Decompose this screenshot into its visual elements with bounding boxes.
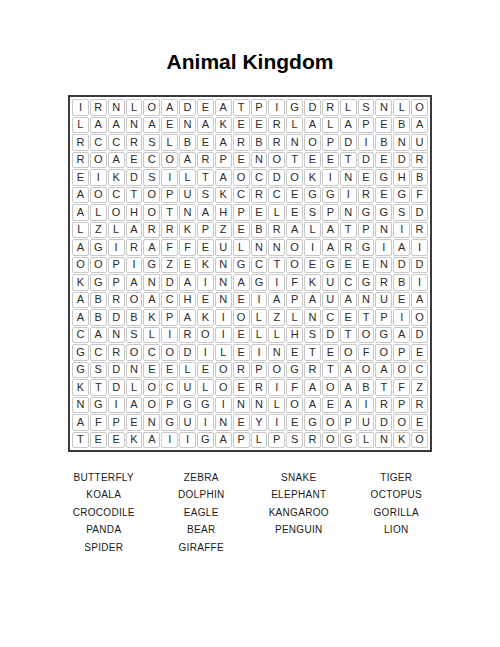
grid-cell[interactable]: E: [72, 169, 89, 186]
grid-cell[interactable]: O: [286, 397, 303, 414]
grid-cell[interactable]: D: [108, 309, 125, 326]
grid-cell[interactable]: I: [215, 327, 232, 344]
grid-cell[interactable]: N: [286, 134, 303, 151]
grid-cell[interactable]: E: [233, 414, 250, 431]
grid-cell[interactable]: T: [322, 362, 339, 379]
grid-cell[interactable]: O: [304, 134, 321, 151]
grid-cell[interactable]: A: [340, 292, 357, 309]
grid-cell[interactable]: A: [108, 117, 125, 134]
grid-cell[interactable]: A: [215, 169, 232, 186]
grid-cell[interactable]: L: [126, 99, 143, 116]
grid-cell[interactable]: F: [286, 379, 303, 396]
grid-cell[interactable]: K: [215, 187, 232, 204]
grid-cell[interactable]: K: [72, 274, 89, 291]
grid-cell[interactable]: A: [126, 222, 143, 239]
grid-cell[interactable]: N: [358, 292, 375, 309]
grid-cell[interactable]: N: [375, 432, 392, 449]
grid-cell[interactable]: C: [251, 257, 268, 274]
grid-cell[interactable]: G: [358, 274, 375, 291]
grid-cell[interactable]: U: [215, 239, 232, 256]
grid-cell[interactable]: R: [375, 274, 392, 291]
grid-cell[interactable]: R: [233, 134, 250, 151]
grid-cell[interactable]: N: [126, 117, 143, 134]
grid-cell[interactable]: H: [286, 327, 303, 344]
grid-cell[interactable]: L: [215, 344, 232, 361]
grid-cell[interactable]: E: [286, 187, 303, 204]
grid-cell[interactable]: L: [340, 99, 357, 116]
grid-cell[interactable]: R: [411, 152, 428, 169]
grid-cell[interactable]: E: [197, 99, 214, 116]
grid-cell[interactable]: R: [251, 187, 268, 204]
grid-cell[interactable]: P: [375, 309, 392, 326]
grid-cell[interactable]: E: [251, 117, 268, 134]
grid-cell[interactable]: I: [197, 274, 214, 291]
grid-cell[interactable]: F: [358, 344, 375, 361]
grid-cell[interactable]: C: [340, 274, 357, 291]
grid-cell[interactable]: O: [268, 362, 285, 379]
grid-cell[interactable]: R: [233, 362, 250, 379]
grid-cell[interactable]: N: [72, 397, 89, 414]
grid-cell[interactable]: R: [108, 292, 125, 309]
grid-cell[interactable]: F: [179, 239, 196, 256]
grid-cell[interactable]: Z: [268, 309, 285, 326]
grid-cell[interactable]: O: [161, 152, 178, 169]
grid-cell[interactable]: A: [393, 327, 410, 344]
grid-cell[interactable]: C: [161, 292, 178, 309]
grid-cell[interactable]: O: [143, 397, 160, 414]
grid-cell[interactable]: D: [411, 327, 428, 344]
grid-cell[interactable]: N: [215, 292, 232, 309]
grid-cell[interactable]: R: [268, 117, 285, 134]
grid-cell[interactable]: E: [358, 257, 375, 274]
grid-cell[interactable]: O: [90, 152, 107, 169]
grid-cell[interactable]: S: [286, 432, 303, 449]
grid-cell[interactable]: I: [72, 99, 89, 116]
grid-cell[interactable]: A: [72, 309, 89, 326]
grid-cell[interactable]: D: [411, 204, 428, 221]
grid-cell[interactable]: F: [90, 414, 107, 431]
grid-cell[interactable]: G: [90, 239, 107, 256]
grid-cell[interactable]: T: [340, 327, 357, 344]
grid-cell[interactable]: A: [126, 274, 143, 291]
grid-cell[interactable]: U: [179, 414, 196, 431]
grid-cell[interactable]: K: [108, 169, 125, 186]
grid-cell[interactable]: B: [251, 222, 268, 239]
grid-cell[interactable]: U: [322, 292, 339, 309]
grid-cell[interactable]: P: [233, 204, 250, 221]
grid-cell[interactable]: A: [375, 362, 392, 379]
grid-cell[interactable]: N: [215, 274, 232, 291]
grid-cell[interactable]: H: [215, 204, 232, 221]
grid-cell[interactable]: G: [375, 204, 392, 221]
grid-cell[interactable]: I: [161, 327, 178, 344]
grid-cell[interactable]: I: [108, 397, 125, 414]
grid-cell[interactable]: L: [179, 169, 196, 186]
grid-cell[interactable]: C: [411, 362, 428, 379]
grid-cell[interactable]: P: [161, 397, 178, 414]
grid-cell[interactable]: D: [161, 274, 178, 291]
grid-cell[interactable]: H: [179, 292, 196, 309]
grid-cell[interactable]: E: [233, 222, 250, 239]
grid-cell[interactable]: E: [197, 134, 214, 151]
grid-cell[interactable]: A: [340, 362, 357, 379]
grid-cell[interactable]: O: [286, 239, 303, 256]
grid-cell[interactable]: G: [161, 414, 178, 431]
grid-cell[interactable]: D: [340, 134, 357, 151]
grid-cell[interactable]: G: [322, 187, 339, 204]
grid-cell[interactable]: O: [358, 362, 375, 379]
grid-cell[interactable]: I: [215, 397, 232, 414]
grid-cell[interactable]: A: [304, 379, 321, 396]
grid-cell[interactable]: C: [72, 327, 89, 344]
grid-cell[interactable]: S: [143, 169, 160, 186]
grid-cell[interactable]: D: [411, 257, 428, 274]
grid-cell[interactable]: E: [90, 432, 107, 449]
grid-cell[interactable]: P: [393, 344, 410, 361]
grid-cell[interactable]: E: [286, 204, 303, 221]
grid-cell[interactable]: O: [143, 379, 160, 396]
grid-cell[interactable]: A: [322, 222, 339, 239]
grid-cell[interactable]: E: [304, 257, 321, 274]
grid-cell[interactable]: P: [108, 257, 125, 274]
grid-cell[interactable]: L: [268, 397, 285, 414]
grid-cell[interactable]: A: [215, 432, 232, 449]
grid-cell[interactable]: P: [358, 222, 375, 239]
grid-cell[interactable]: Z: [161, 257, 178, 274]
grid-cell[interactable]: G: [358, 239, 375, 256]
grid-cell[interactable]: I: [108, 239, 125, 256]
grid-cell[interactable]: D: [179, 344, 196, 361]
grid-cell[interactable]: R: [126, 134, 143, 151]
grid-cell[interactable]: O: [411, 432, 428, 449]
grid-cell[interactable]: O: [233, 169, 250, 186]
grid-cell[interactable]: O: [393, 362, 410, 379]
grid-cell[interactable]: T: [90, 379, 107, 396]
grid-cell[interactable]: S: [197, 187, 214, 204]
grid-cell[interactable]: G: [322, 257, 339, 274]
grid-cell[interactable]: A: [143, 432, 160, 449]
grid-cell[interactable]: T: [72, 432, 89, 449]
grid-cell[interactable]: L: [251, 432, 268, 449]
grid-cell[interactable]: T: [340, 152, 357, 169]
grid-cell[interactable]: B: [358, 379, 375, 396]
grid-cell[interactable]: A: [72, 187, 89, 204]
grid-cell[interactable]: Z: [215, 222, 232, 239]
grid-cell[interactable]: L: [108, 222, 125, 239]
grid-cell[interactable]: A: [72, 239, 89, 256]
grid-cell[interactable]: E: [197, 239, 214, 256]
grid-cell[interactable]: O: [90, 257, 107, 274]
grid-cell[interactable]: I: [358, 397, 375, 414]
grid-cell[interactable]: G: [197, 397, 214, 414]
grid-cell[interactable]: K: [393, 432, 410, 449]
grid-cell[interactable]: I: [268, 99, 285, 116]
grid-cell[interactable]: I: [411, 239, 428, 256]
grid-cell[interactable]: O: [215, 379, 232, 396]
grid-cell[interactable]: E: [233, 344, 250, 361]
grid-cell[interactable]: I: [197, 344, 214, 361]
grid-cell[interactable]: E: [375, 117, 392, 134]
grid-cell[interactable]: A: [108, 152, 125, 169]
grid-cell[interactable]: O: [375, 344, 392, 361]
grid-cell[interactable]: A: [143, 117, 160, 134]
grid-cell[interactable]: N: [108, 327, 125, 344]
grid-cell[interactable]: A: [304, 397, 321, 414]
grid-cell[interactable]: E: [322, 152, 339, 169]
grid-cell[interactable]: I: [268, 414, 285, 431]
grid-cell[interactable]: I: [251, 292, 268, 309]
grid-cell[interactable]: R: [161, 222, 178, 239]
grid-cell[interactable]: N: [108, 99, 125, 116]
grid-cell[interactable]: E: [322, 397, 339, 414]
grid-cell[interactable]: E: [233, 327, 250, 344]
grid-cell[interactable]: E: [179, 257, 196, 274]
grid-cell[interactable]: T: [358, 309, 375, 326]
grid-cell[interactable]: T: [161, 204, 178, 221]
grid-cell[interactable]: O: [215, 362, 232, 379]
grid-cell[interactable]: R: [72, 152, 89, 169]
grid-cell[interactable]: T: [268, 257, 285, 274]
grid-cell[interactable]: K: [215, 117, 232, 134]
grid-cell[interactable]: A: [215, 99, 232, 116]
grid-cell[interactable]: G: [72, 344, 89, 361]
grid-cell[interactable]: L: [161, 134, 178, 151]
grid-cell[interactable]: L: [143, 327, 160, 344]
grid-cell[interactable]: E: [304, 152, 321, 169]
grid-cell[interactable]: P: [251, 362, 268, 379]
grid-cell[interactable]: E: [233, 152, 250, 169]
grid-cell[interactable]: K: [304, 169, 321, 186]
grid-cell[interactable]: G: [197, 432, 214, 449]
grid-cell[interactable]: A: [268, 292, 285, 309]
grid-cell[interactable]: L: [286, 117, 303, 134]
grid-cell[interactable]: B: [126, 309, 143, 326]
grid-cell[interactable]: K: [143, 309, 160, 326]
grid-cell[interactable]: C: [322, 309, 339, 326]
grid-cell[interactable]: L: [358, 432, 375, 449]
grid-cell[interactable]: P: [197, 222, 214, 239]
grid-cell[interactable]: O: [322, 432, 339, 449]
grid-cell[interactable]: A: [72, 292, 89, 309]
grid-cell[interactable]: N: [251, 397, 268, 414]
grid-cell[interactable]: P: [358, 117, 375, 134]
grid-cell[interactable]: I: [393, 222, 410, 239]
grid-cell[interactable]: L: [251, 327, 268, 344]
grid-cell[interactable]: O: [108, 204, 125, 221]
grid-cell[interactable]: I: [161, 169, 178, 186]
grid-cell[interactable]: I: [251, 344, 268, 361]
grid-cell[interactable]: N: [251, 152, 268, 169]
grid-cell[interactable]: A: [179, 309, 196, 326]
grid-cell[interactable]: R: [197, 152, 214, 169]
grid-cell[interactable]: P: [268, 432, 285, 449]
grid-cell[interactable]: O: [143, 187, 160, 204]
grid-cell[interactable]: N: [215, 257, 232, 274]
grid-cell[interactable]: N: [393, 134, 410, 151]
grid-cell[interactable]: A: [286, 222, 303, 239]
grid-cell[interactable]: R: [375, 397, 392, 414]
grid-cell[interactable]: B: [393, 274, 410, 291]
grid-cell[interactable]: H: [393, 169, 410, 186]
grid-cell[interactable]: K: [72, 379, 89, 396]
grid-cell[interactable]: O: [126, 344, 143, 361]
grid-cell[interactable]: N: [340, 169, 357, 186]
grid-cell[interactable]: R: [322, 99, 339, 116]
grid-cell[interactable]: E: [161, 117, 178, 134]
grid-cell[interactable]: D: [268, 169, 285, 186]
grid-cell[interactable]: I: [215, 309, 232, 326]
grid-cell[interactable]: A: [322, 239, 339, 256]
grid-cell[interactable]: C: [143, 344, 160, 361]
grid-cell[interactable]: D: [304, 99, 321, 116]
grid-cell[interactable]: D: [393, 257, 410, 274]
grid-cell[interactable]: N: [233, 397, 250, 414]
grid-cell[interactable]: L: [286, 309, 303, 326]
grid-cell[interactable]: C: [233, 187, 250, 204]
grid-cell[interactable]: A: [197, 117, 214, 134]
grid-cell[interactable]: N: [143, 274, 160, 291]
grid-cell[interactable]: O: [393, 414, 410, 431]
grid-cell[interactable]: A: [90, 327, 107, 344]
grid-cell[interactable]: T: [304, 344, 321, 361]
grid-cell[interactable]: R: [90, 99, 107, 116]
grid-cell[interactable]: S: [126, 327, 143, 344]
grid-cell[interactable]: I: [358, 134, 375, 151]
grid-cell[interactable]: I: [126, 257, 143, 274]
grid-cell[interactable]: L: [393, 99, 410, 116]
grid-cell[interactable]: I: [179, 432, 196, 449]
grid-cell[interactable]: B: [411, 169, 428, 186]
grid-cell[interactable]: S: [304, 204, 321, 221]
grid-cell[interactable]: A: [72, 204, 89, 221]
grid-cell[interactable]: I: [393, 309, 410, 326]
grid-cell[interactable]: O: [90, 187, 107, 204]
grid-cell[interactable]: C: [108, 134, 125, 151]
grid-cell[interactable]: R: [268, 134, 285, 151]
grid-cell[interactable]: F: [411, 187, 428, 204]
grid-cell[interactable]: R: [143, 222, 160, 239]
grid-cell[interactable]: A: [393, 239, 410, 256]
grid-cell[interactable]: A: [90, 117, 107, 134]
grid-cell[interactable]: N: [268, 344, 285, 361]
grid-cell[interactable]: P: [251, 99, 268, 116]
grid-cell[interactable]: L: [179, 362, 196, 379]
grid-cell[interactable]: E: [286, 414, 303, 431]
grid-cell[interactable]: G: [286, 362, 303, 379]
grid-cell[interactable]: L: [90, 204, 107, 221]
grid-cell[interactable]: N: [375, 257, 392, 274]
grid-cell[interactable]: U: [358, 414, 375, 431]
grid-cell[interactable]: N: [268, 239, 285, 256]
grid-cell[interactable]: D: [108, 379, 125, 396]
grid-cell[interactable]: N: [215, 414, 232, 431]
grid-cell[interactable]: C: [161, 379, 178, 396]
grid-cell[interactable]: K: [179, 222, 196, 239]
grid-cell[interactable]: I: [304, 239, 321, 256]
grid-cell[interactable]: L: [322, 117, 339, 134]
grid-cell[interactable]: U: [179, 379, 196, 396]
grid-cell[interactable]: I: [340, 187, 357, 204]
grid-cell[interactable]: E: [286, 344, 303, 361]
grid-cell[interactable]: B: [393, 117, 410, 134]
grid-cell[interactable]: L: [233, 239, 250, 256]
grid-cell[interactable]: B: [179, 134, 196, 151]
grid-cell[interactable]: A: [304, 292, 321, 309]
grid-cell[interactable]: R: [304, 432, 321, 449]
grid-cell[interactable]: N: [375, 99, 392, 116]
grid-cell[interactable]: C: [143, 152, 160, 169]
grid-cell[interactable]: O: [233, 309, 250, 326]
grid-cell[interactable]: A: [179, 274, 196, 291]
grid-cell[interactable]: O: [126, 292, 143, 309]
grid-cell[interactable]: D: [375, 414, 392, 431]
grid-cell[interactable]: G: [179, 397, 196, 414]
grid-cell[interactable]: C: [251, 169, 268, 186]
grid-cell[interactable]: E: [340, 257, 357, 274]
grid-cell[interactable]: B: [90, 309, 107, 326]
grid-cell[interactable]: G: [286, 99, 303, 116]
grid-cell[interactable]: G: [358, 204, 375, 221]
grid-cell[interactable]: T: [340, 222, 357, 239]
grid-cell[interactable]: L: [304, 222, 321, 239]
grid-cell[interactable]: T: [286, 152, 303, 169]
grid-cell[interactable]: G: [72, 362, 89, 379]
grid-cell[interactable]: G: [143, 257, 160, 274]
grid-cell[interactable]: N: [251, 239, 268, 256]
grid-cell[interactable]: O: [143, 204, 160, 221]
grid-cell[interactable]: O: [358, 327, 375, 344]
grid-cell[interactable]: R: [358, 187, 375, 204]
grid-cell[interactable]: O: [340, 344, 357, 361]
grid-cell[interactable]: O: [72, 257, 89, 274]
grid-cell[interactable]: A: [143, 292, 160, 309]
grid-cell[interactable]: P: [286, 292, 303, 309]
grid-cell[interactable]: S: [358, 99, 375, 116]
grid-cell[interactable]: C: [108, 187, 125, 204]
grid-cell[interactable]: N: [340, 204, 357, 221]
grid-cell[interactable]: R: [304, 362, 321, 379]
grid-cell[interactable]: L: [268, 204, 285, 221]
grid-cell[interactable]: U: [375, 292, 392, 309]
grid-cell[interactable]: I: [197, 414, 214, 431]
grid-cell[interactable]: G: [233, 257, 250, 274]
grid-cell[interactable]: P: [340, 414, 357, 431]
grid-cell[interactable]: N: [179, 117, 196, 134]
grid-cell[interactable]: E: [375, 152, 392, 169]
grid-cell[interactable]: G: [251, 274, 268, 291]
grid-cell[interactable]: N: [375, 222, 392, 239]
grid-cell[interactable]: R: [126, 239, 143, 256]
grid-cell[interactable]: E: [143, 362, 160, 379]
grid-cell[interactable]: L: [268, 327, 285, 344]
grid-cell[interactable]: G: [375, 327, 392, 344]
grid-cell[interactable]: L: [251, 309, 268, 326]
grid-cell[interactable]: L: [72, 222, 89, 239]
grid-cell[interactable]: K: [197, 257, 214, 274]
grid-cell[interactable]: T: [197, 169, 214, 186]
grid-cell[interactable]: G: [90, 274, 107, 291]
grid-cell[interactable]: G: [304, 414, 321, 431]
grid-cell[interactable]: K: [304, 274, 321, 291]
grid-cell[interactable]: A: [304, 117, 321, 134]
grid-cell[interactable]: Y: [251, 414, 268, 431]
grid-cell[interactable]: R: [340, 239, 357, 256]
grid-cell[interactable]: O: [268, 152, 285, 169]
grid-cell[interactable]: N: [126, 362, 143, 379]
grid-cell[interactable]: A: [72, 414, 89, 431]
grid-cell[interactable]: N: [304, 309, 321, 326]
grid-cell[interactable]: A: [411, 117, 428, 134]
